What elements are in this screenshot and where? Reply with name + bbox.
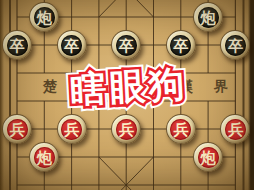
black-soldier[interactable]: 卒 (166, 30, 196, 60)
red-soldier[interactable]: 兵 (2, 114, 32, 144)
black-cannon[interactable]: 炮 (29, 2, 59, 32)
black-cannon[interactable]: 炮 (193, 2, 223, 32)
black-soldier[interactable]: 卒 (111, 30, 141, 60)
black-soldier[interactable]: 卒 (2, 30, 32, 60)
piece-glyph: 卒 (7, 35, 28, 56)
river-char-chu: 楚 (43, 80, 57, 94)
piece-glyph: 兵 (61, 119, 82, 140)
piece-glyph: 兵 (170, 119, 191, 140)
red-soldier[interactable]: 兵 (166, 114, 196, 144)
piece-glyph: 卒 (61, 35, 82, 56)
video-caption-overlay: 瞎眼狗 瞎眼狗 瞎眼狗 (70, 66, 189, 108)
red-soldier[interactable]: 兵 (111, 114, 141, 144)
red-soldier[interactable]: 兵 (57, 114, 87, 144)
red-cannon[interactable]: 炮 (29, 142, 59, 172)
piece-glyph: 卒 (225, 35, 246, 56)
red-soldier[interactable]: 兵 (220, 114, 250, 144)
caption-fill-text: 瞎眼狗 (70, 66, 189, 108)
piece-glyph: 炮 (34, 147, 55, 168)
red-cannon[interactable]: 炮 (193, 142, 223, 172)
piece-glyph: 兵 (7, 119, 28, 140)
piece-glyph: 炮 (198, 147, 219, 168)
piece-glyph: 炮 (198, 7, 219, 28)
piece-glyph: 卒 (116, 35, 137, 56)
piece-glyph: 卒 (170, 35, 191, 56)
piece-glyph: 兵 (116, 119, 137, 140)
black-soldier[interactable]: 卒 (220, 30, 250, 60)
xiangqi-board-screen: 楚河漢界 炮炮卒卒卒卒卒兵兵兵兵兵炮炮 瞎眼狗 瞎眼狗 瞎眼狗 (0, 0, 254, 190)
piece-glyph: 炮 (34, 7, 55, 28)
black-soldier[interactable]: 卒 (57, 30, 87, 60)
piece-glyph: 兵 (225, 119, 246, 140)
river-char-jie: 界 (214, 80, 228, 94)
